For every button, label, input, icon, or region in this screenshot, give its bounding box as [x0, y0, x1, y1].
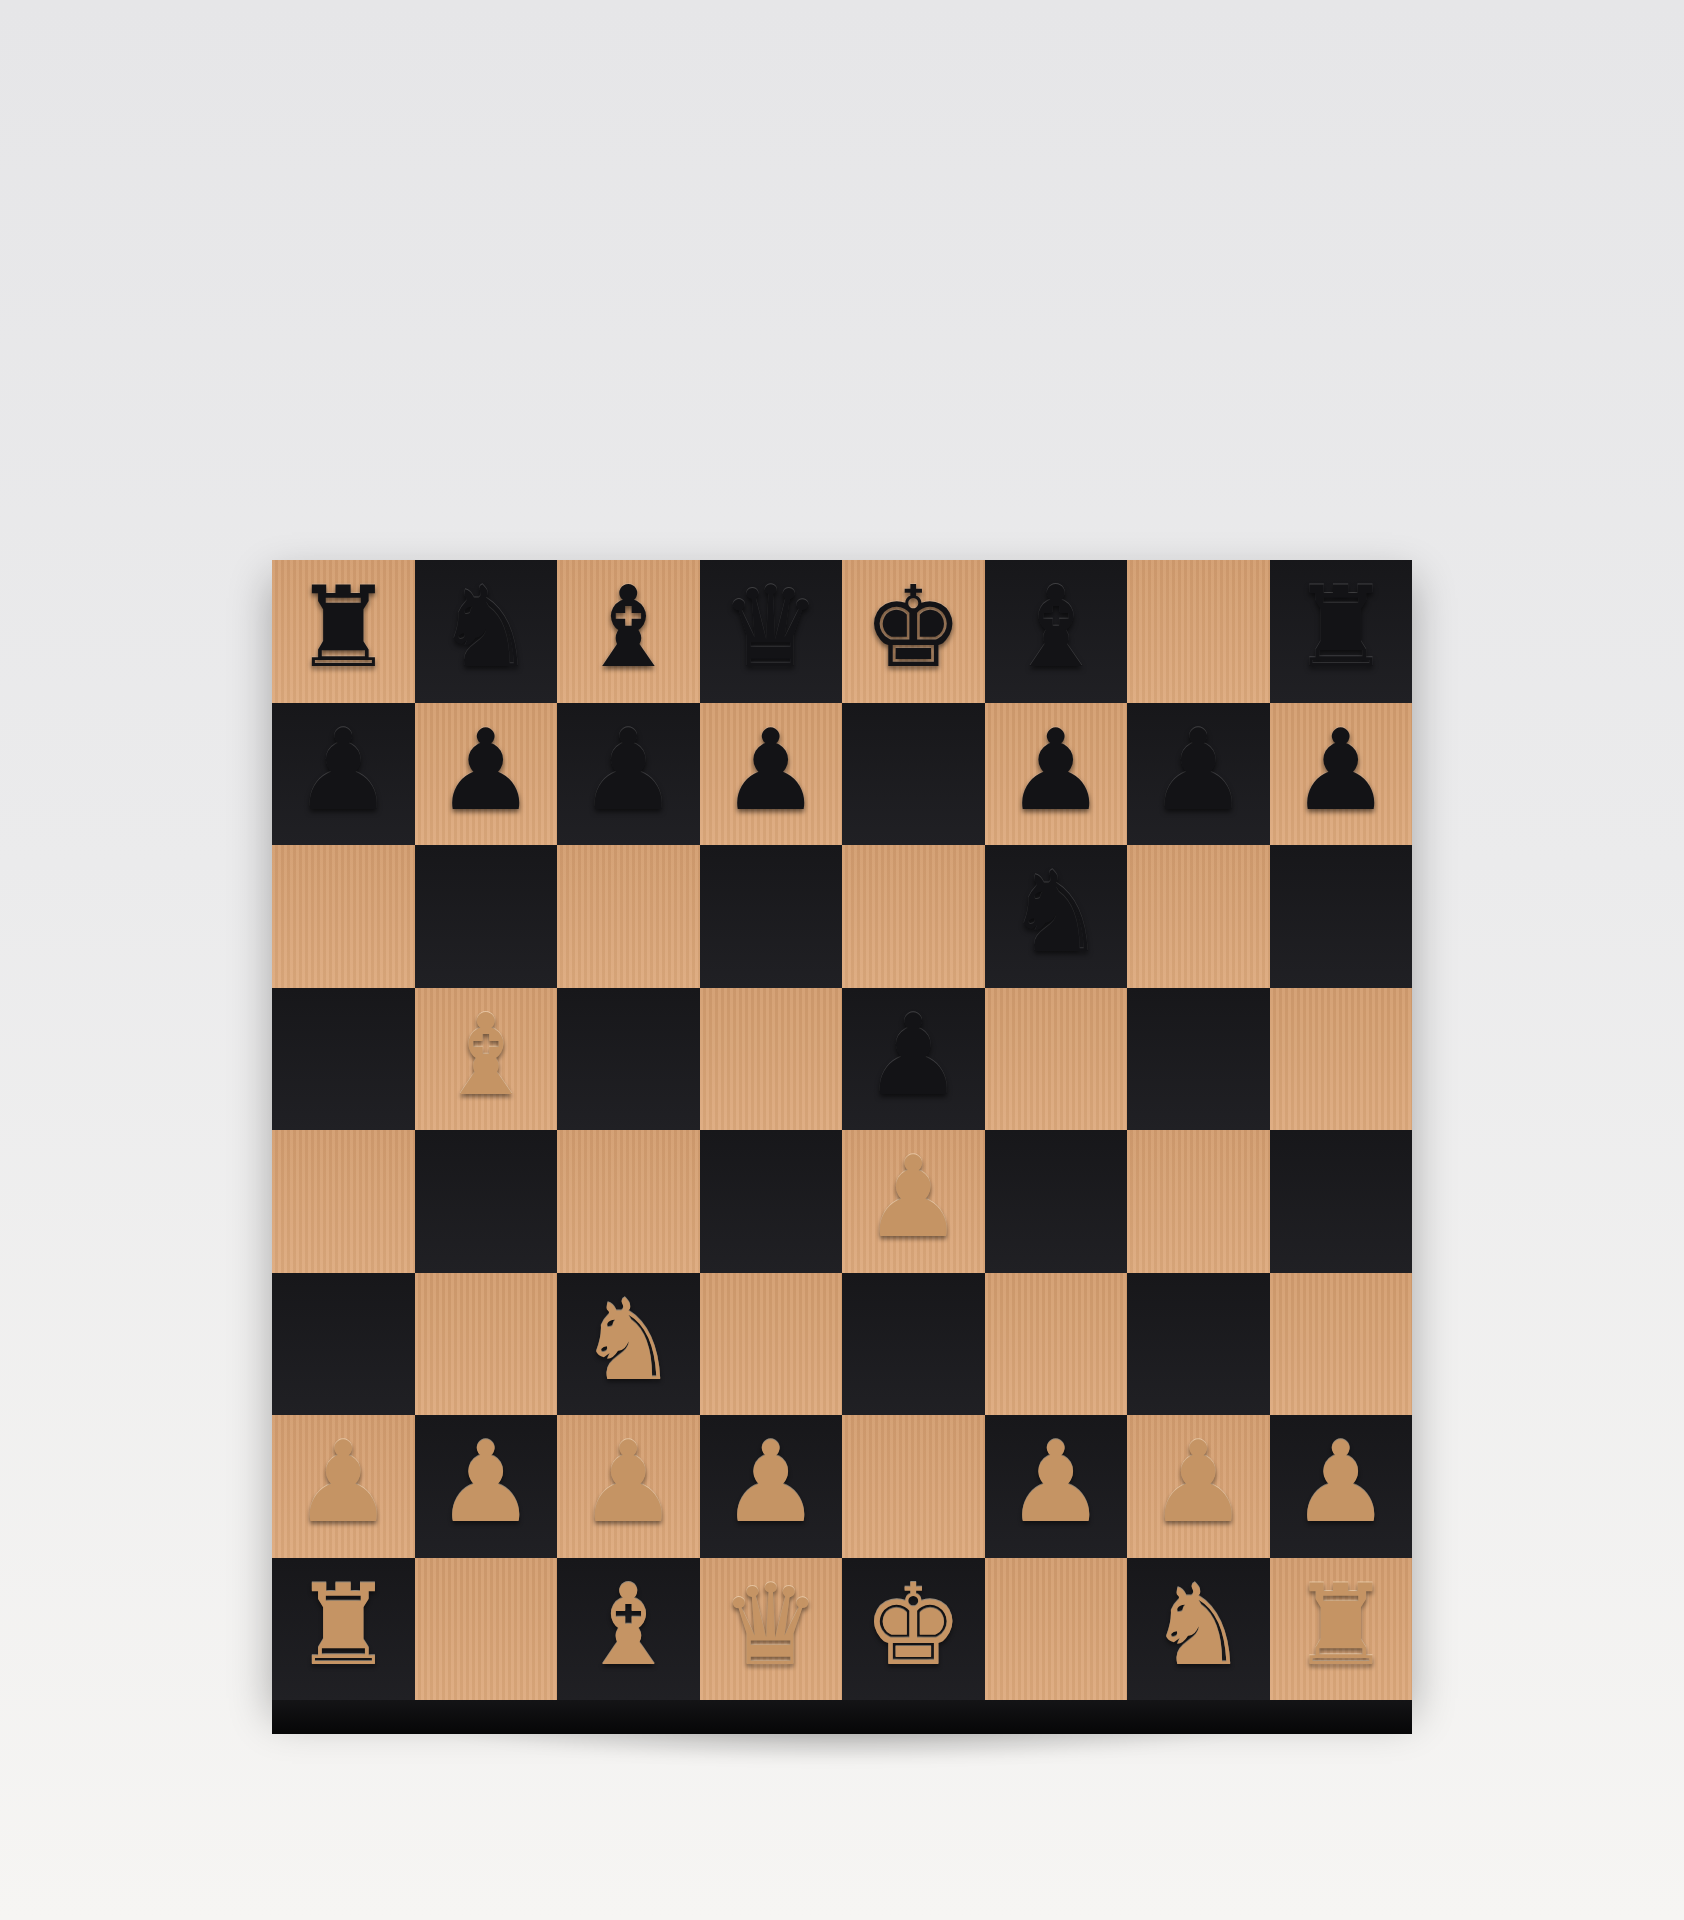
square-b3[interactable] [415, 1273, 558, 1416]
piece-white-knight-c3[interactable]: ♞ [578, 1284, 678, 1396]
piece-white-knight-g1[interactable]: ♞ [1148, 1569, 1248, 1681]
piece-black-queen-d8[interactable]: ♛ [721, 571, 821, 683]
piece-white-pawn-g2[interactable]: ♟ [1148, 1426, 1248, 1538]
square-f7[interactable]: ♟ [985, 703, 1128, 846]
piece-white-queen-d1[interactable]: ♛ [721, 1569, 821, 1681]
square-e3[interactable] [842, 1273, 985, 1416]
studio-photo-background: ♜♞♝♛♚♝♜♟♟♟♟♟♟♟♞♝♟♟♞♟♟♟♟♟♟♟♜♝♛♚♞♜ [0, 0, 1684, 1920]
square-f5[interactable] [985, 988, 1128, 1131]
board-edge [272, 1700, 1412, 1734]
square-e1[interactable]: ♚ [842, 1558, 985, 1701]
square-a6[interactable] [272, 845, 415, 988]
square-f6[interactable]: ♞ [985, 845, 1128, 988]
chessboard-wrap: ♜♞♝♛♚♝♜♟♟♟♟♟♟♟♞♝♟♟♞♟♟♟♟♟♟♟♜♝♛♚♞♜ [272, 560, 1412, 1734]
piece-black-pawn-h7[interactable]: ♟ [1291, 714, 1391, 826]
square-f4[interactable] [985, 1130, 1128, 1273]
piece-white-pawn-d2[interactable]: ♟ [721, 1426, 821, 1538]
square-b6[interactable] [415, 845, 558, 988]
piece-white-pawn-c2[interactable]: ♟ [578, 1426, 678, 1538]
square-e7[interactable] [842, 703, 985, 846]
piece-black-pawn-b7[interactable]: ♟ [436, 714, 536, 826]
square-g6[interactable] [1127, 845, 1270, 988]
square-h7[interactable]: ♟ [1270, 703, 1413, 846]
square-c5[interactable] [557, 988, 700, 1131]
square-c3[interactable]: ♞ [557, 1273, 700, 1416]
square-h5[interactable] [1270, 988, 1413, 1131]
square-g1[interactable]: ♞ [1127, 1558, 1270, 1701]
piece-white-pawn-f2[interactable]: ♟ [1006, 1426, 1106, 1538]
piece-white-pawn-h2[interactable]: ♟ [1291, 1426, 1391, 1538]
square-f1[interactable] [985, 1558, 1128, 1701]
square-e8[interactable]: ♚ [842, 560, 985, 703]
piece-white-pawn-e4[interactable]: ♟ [863, 1141, 963, 1253]
square-d5[interactable] [700, 988, 843, 1131]
square-g3[interactable] [1127, 1273, 1270, 1416]
square-c6[interactable] [557, 845, 700, 988]
piece-black-bishop-c8[interactable]: ♝ [578, 571, 678, 683]
square-h4[interactable] [1270, 1130, 1413, 1273]
square-a7[interactable]: ♟ [272, 703, 415, 846]
piece-white-rook-a1[interactable]: ♜ [293, 1569, 393, 1681]
square-c4[interactable] [557, 1130, 700, 1273]
piece-black-pawn-a7[interactable]: ♟ [293, 714, 393, 826]
square-a8[interactable]: ♜ [272, 560, 415, 703]
square-e2[interactable] [842, 1415, 985, 1558]
piece-black-bishop-f8[interactable]: ♝ [1006, 571, 1106, 683]
square-g7[interactable]: ♟ [1127, 703, 1270, 846]
piece-black-knight-b8[interactable]: ♞ [436, 571, 536, 683]
square-f8[interactable]: ♝ [985, 560, 1128, 703]
piece-white-bishop-c1[interactable]: ♝ [578, 1569, 678, 1681]
square-d8[interactable]: ♛ [700, 560, 843, 703]
square-e6[interactable] [842, 845, 985, 988]
square-d2[interactable]: ♟ [700, 1415, 843, 1558]
square-d4[interactable] [700, 1130, 843, 1273]
piece-black-knight-f6[interactable]: ♞ [1006, 856, 1106, 968]
piece-black-pawn-e5[interactable]: ♟ [863, 999, 963, 1111]
square-h1[interactable]: ♜ [1270, 1558, 1413, 1701]
square-a5[interactable] [272, 988, 415, 1131]
square-a1[interactable]: ♜ [272, 1558, 415, 1701]
piece-black-rook-a8[interactable]: ♜ [293, 571, 393, 683]
square-g2[interactable]: ♟ [1127, 1415, 1270, 1558]
piece-white-bishop-b5[interactable]: ♝ [436, 999, 536, 1111]
piece-black-pawn-c7[interactable]: ♟ [578, 714, 678, 826]
square-d6[interactable] [700, 845, 843, 988]
square-h8[interactable]: ♜ [1270, 560, 1413, 703]
chessboard: ♜♞♝♛♚♝♜♟♟♟♟♟♟♟♞♝♟♟♞♟♟♟♟♟♟♟♜♝♛♚♞♜ [272, 560, 1412, 1700]
square-c1[interactable]: ♝ [557, 1558, 700, 1701]
square-b7[interactable]: ♟ [415, 703, 558, 846]
square-c2[interactable]: ♟ [557, 1415, 700, 1558]
square-c7[interactable]: ♟ [557, 703, 700, 846]
piece-black-pawn-f7[interactable]: ♟ [1006, 714, 1106, 826]
square-b1[interactable] [415, 1558, 558, 1701]
square-d3[interactable] [700, 1273, 843, 1416]
piece-white-king-e1[interactable]: ♚ [863, 1569, 963, 1681]
square-h3[interactable] [1270, 1273, 1413, 1416]
square-g8[interactable] [1127, 560, 1270, 703]
square-b8[interactable]: ♞ [415, 560, 558, 703]
square-d1[interactable]: ♛ [700, 1558, 843, 1701]
piece-black-pawn-g7[interactable]: ♟ [1148, 714, 1248, 826]
piece-black-pawn-d7[interactable]: ♟ [721, 714, 821, 826]
square-a4[interactable] [272, 1130, 415, 1273]
square-e4[interactable]: ♟ [842, 1130, 985, 1273]
square-h2[interactable]: ♟ [1270, 1415, 1413, 1558]
square-d7[interactable]: ♟ [700, 703, 843, 846]
piece-white-rook-h1[interactable]: ♜ [1291, 1569, 1391, 1681]
piece-white-pawn-b2[interactable]: ♟ [436, 1426, 536, 1538]
square-b2[interactable]: ♟ [415, 1415, 558, 1558]
square-f2[interactable]: ♟ [985, 1415, 1128, 1558]
square-e5[interactable]: ♟ [842, 988, 985, 1131]
square-f3[interactable] [985, 1273, 1128, 1416]
square-g4[interactable] [1127, 1130, 1270, 1273]
square-c8[interactable]: ♝ [557, 560, 700, 703]
piece-white-pawn-a2[interactable]: ♟ [293, 1426, 393, 1538]
square-g5[interactable] [1127, 988, 1270, 1131]
square-a2[interactable]: ♟ [272, 1415, 415, 1558]
square-a3[interactable] [272, 1273, 415, 1416]
piece-black-rook-h8[interactable]: ♜ [1291, 571, 1391, 683]
square-b4[interactable] [415, 1130, 558, 1273]
piece-black-king-e8[interactable]: ♚ [863, 571, 963, 683]
square-h6[interactable] [1270, 845, 1413, 988]
square-b5[interactable]: ♝ [415, 988, 558, 1131]
